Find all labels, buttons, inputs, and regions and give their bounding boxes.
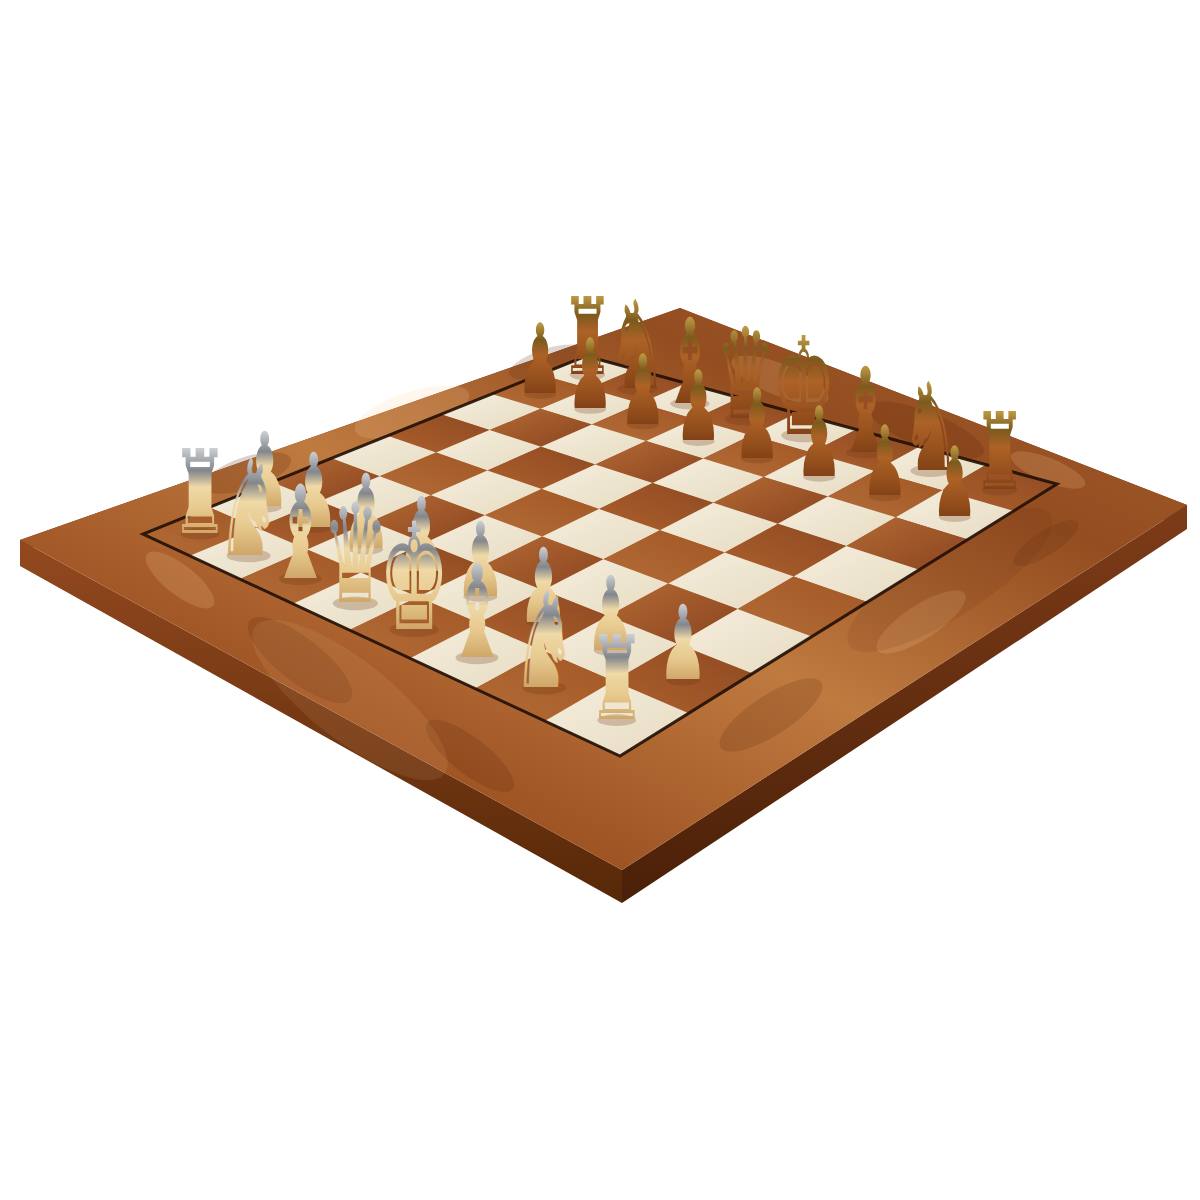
piece-glyph: ♟ (796, 386, 843, 498)
piece-black-pawn-d7[interactable]: ♟ (675, 350, 722, 462)
piece-glyph: ♟ (517, 304, 564, 416)
piece-glyph: ♟ (620, 334, 667, 446)
piece-white-rook-h1[interactable]: ♜ (588, 611, 645, 747)
piece-white-pawn-h2[interactable]: ♟ (658, 583, 708, 704)
piece-black-pawn-c7[interactable]: ♟ (620, 334, 667, 446)
piece-white-bishop-f1[interactable]: ♝ (446, 536, 509, 688)
piece-glyph: ♝ (446, 536, 509, 688)
piece-black-pawn-g7[interactable]: ♟ (862, 406, 909, 518)
product-photo: ♜♞♝♛♚♝♞♜♟♟♟♟♟♟♟♟♟♟♟♟♟♟♟♟♜♞♝♛♚♝♞♜ (0, 0, 1200, 1200)
piece-glyph: ♟ (567, 318, 614, 430)
piece-glyph: ♟ (734, 368, 781, 480)
piece-glyph: ♜ (588, 611, 645, 747)
piece-glyph: ♚ (378, 490, 450, 663)
piece-glyph: ♞ (512, 562, 577, 718)
piece-glyph: ♟ (862, 406, 909, 518)
piece-black-pawn-a7[interactable]: ♟ (517, 304, 564, 416)
piece-white-king-e1[interactable]: ♚ (378, 490, 450, 663)
piece-black-pawn-h7[interactable]: ♟ (931, 426, 978, 538)
piece-black-pawn-e7[interactable]: ♟ (734, 368, 781, 480)
piece-white-knight-g1[interactable]: ♞ (512, 562, 577, 718)
piece-black-pawn-f7[interactable]: ♟ (796, 386, 843, 498)
piece-glyph: ♟ (931, 426, 978, 538)
piece-glyph: ♜ (974, 390, 1026, 514)
piece-glyph: ♟ (675, 350, 722, 462)
piece-black-pawn-b7[interactable]: ♟ (567, 318, 614, 430)
piece-glyph: ♟ (658, 583, 708, 704)
piece-black-rook-h8[interactable]: ♜ (974, 390, 1026, 514)
chessboard-scene: ♜♞♝♛♚♝♞♜♟♟♟♟♟♟♟♟♟♟♟♟♟♟♟♟♜♞♝♛♚♝♞♜ (0, 0, 1200, 1200)
